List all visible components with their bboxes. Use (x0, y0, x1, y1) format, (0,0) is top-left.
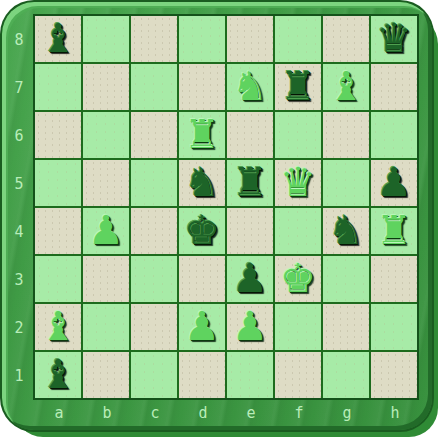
square-d5[interactable]: ♞ (179, 160, 225, 206)
file-label-c: c (131, 401, 179, 427)
piece-black-rook-f7[interactable]: ♜ (275, 64, 321, 110)
square-c4[interactable] (131, 208, 177, 254)
piece-white-pawn-b4[interactable]: ♟ (83, 208, 129, 254)
file-label-b: b (83, 401, 131, 427)
square-h7[interactable] (371, 64, 417, 110)
square-a7[interactable] (35, 64, 81, 110)
rank-labels: 87654321 (8, 16, 30, 400)
square-d3[interactable] (179, 256, 225, 302)
square-e6[interactable] (227, 112, 273, 158)
square-b6[interactable] (83, 112, 129, 158)
square-e4[interactable] (227, 208, 273, 254)
square-b3[interactable] (83, 256, 129, 302)
piece-black-king-d4[interactable]: ♚ (179, 208, 225, 254)
square-b1[interactable] (83, 352, 129, 398)
square-a1[interactable]: ♝ (35, 352, 81, 398)
square-f2[interactable] (275, 304, 321, 350)
rank-label-4: 4 (8, 208, 30, 256)
square-a5[interactable] (35, 160, 81, 206)
file-label-f: f (275, 401, 323, 427)
square-a2[interactable]: ♝ (35, 304, 81, 350)
piece-white-bishop-g7[interactable]: ♝ (323, 64, 369, 110)
chess-board[interactable]: ♝♛♞♜♝♜♞♜♛♟♟♚♞♜♟♚♝♟♟♝ (35, 16, 417, 398)
square-f7[interactable]: ♜ (275, 64, 321, 110)
piece-black-knight-d5[interactable]: ♞ (179, 160, 225, 206)
piece-black-bishop-a1[interactable]: ♝ (35, 352, 81, 398)
square-b7[interactable] (83, 64, 129, 110)
file-label-a: a (35, 401, 83, 427)
square-g6[interactable] (323, 112, 369, 158)
piece-black-rook-e5[interactable]: ♜ (227, 160, 273, 206)
piece-white-rook-h4[interactable]: ♜ (371, 208, 417, 254)
square-a4[interactable] (35, 208, 81, 254)
square-b2[interactable] (83, 304, 129, 350)
rank-label-2: 2 (8, 304, 30, 352)
square-d7[interactable] (179, 64, 225, 110)
square-h8[interactable]: ♛ (371, 16, 417, 62)
piece-white-rook-d6[interactable]: ♜ (179, 112, 225, 158)
square-c5[interactable] (131, 160, 177, 206)
piece-black-knight-g4[interactable]: ♞ (323, 208, 369, 254)
rank-label-7: 7 (8, 64, 30, 112)
piece-white-knight-e7[interactable]: ♞ (227, 64, 273, 110)
square-d1[interactable] (179, 352, 225, 398)
square-e8[interactable] (227, 16, 273, 62)
square-c3[interactable] (131, 256, 177, 302)
file-label-h: h (371, 401, 419, 427)
square-f5[interactable]: ♛ (275, 160, 321, 206)
square-g3[interactable] (323, 256, 369, 302)
square-e7[interactable]: ♞ (227, 64, 273, 110)
piece-white-pawn-e2[interactable]: ♟ (227, 304, 273, 350)
square-h1[interactable] (371, 352, 417, 398)
square-c8[interactable] (131, 16, 177, 62)
square-c7[interactable] (131, 64, 177, 110)
square-g4[interactable]: ♞ (323, 208, 369, 254)
square-d2[interactable]: ♟ (179, 304, 225, 350)
square-g5[interactable] (323, 160, 369, 206)
board-border: ♝♛♞♜♝♜♞♜♛♟♟♚♞♜♟♚♝♟♟♝ (33, 14, 419, 400)
square-b5[interactable] (83, 160, 129, 206)
square-d4[interactable]: ♚ (179, 208, 225, 254)
square-c6[interactable] (131, 112, 177, 158)
square-f3[interactable]: ♚ (275, 256, 321, 302)
square-c1[interactable] (131, 352, 177, 398)
square-c2[interactable] (131, 304, 177, 350)
square-g2[interactable] (323, 304, 369, 350)
square-d6[interactable]: ♜ (179, 112, 225, 158)
square-g1[interactable] (323, 352, 369, 398)
square-e3[interactable]: ♟ (227, 256, 273, 302)
piece-white-king-f3[interactable]: ♚ (275, 256, 321, 302)
square-d8[interactable] (179, 16, 225, 62)
piece-black-queen-h8[interactable]: ♛ (371, 16, 417, 62)
square-a8[interactable]: ♝ (35, 16, 81, 62)
piece-black-pawn-h5[interactable]: ♟ (371, 160, 417, 206)
rank-label-5: 5 (8, 160, 30, 208)
rank-label-8: 8 (8, 16, 30, 64)
square-a3[interactable] (35, 256, 81, 302)
square-f4[interactable] (275, 208, 321, 254)
file-label-g: g (323, 401, 371, 427)
square-e2[interactable]: ♟ (227, 304, 273, 350)
square-g8[interactable] (323, 16, 369, 62)
piece-black-pawn-e3[interactable]: ♟ (227, 256, 273, 302)
square-b4[interactable]: ♟ (83, 208, 129, 254)
square-f1[interactable] (275, 352, 321, 398)
chess-app-window: 87654321 ♝♛♞♜♝♜♞♜♛♟♟♚♞♜♟♚♝♟♟♝ abcdefgh (0, 0, 444, 442)
file-label-e: e (227, 401, 275, 427)
square-a6[interactable] (35, 112, 81, 158)
square-e1[interactable] (227, 352, 273, 398)
rank-label-3: 3 (8, 256, 30, 304)
file-label-d: d (179, 401, 227, 427)
square-e5[interactable]: ♜ (227, 160, 273, 206)
piece-black-bishop-a8[interactable]: ♝ (35, 16, 81, 62)
square-h5[interactable]: ♟ (371, 160, 417, 206)
rank-label-1: 1 (8, 352, 30, 400)
square-h3[interactable] (371, 256, 417, 302)
file-labels: abcdefgh (35, 401, 419, 427)
square-h6[interactable] (371, 112, 417, 158)
square-b8[interactable] (83, 16, 129, 62)
rank-label-6: 6 (8, 112, 30, 160)
square-f8[interactable] (275, 16, 321, 62)
square-h4[interactable]: ♜ (371, 208, 417, 254)
square-f6[interactable] (275, 112, 321, 158)
piece-white-bishop-a2[interactable]: ♝ (35, 304, 81, 350)
square-h2[interactable] (371, 304, 417, 350)
piece-white-queen-f5[interactable]: ♛ (275, 160, 321, 206)
square-g7[interactable]: ♝ (323, 64, 369, 110)
piece-white-pawn-d2[interactable]: ♟ (179, 304, 225, 350)
